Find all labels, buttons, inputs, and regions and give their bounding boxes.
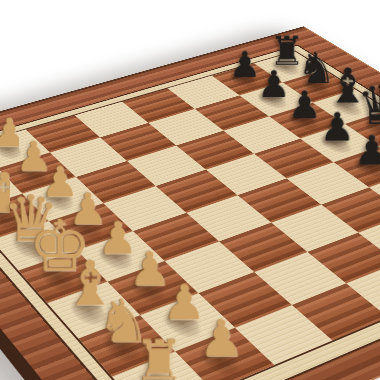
board-grid: ♜♞♝♛♚♝♞♜♟♟♟♟♟♟♟♟♟♟♟♟♟♟♟♟♜♞♝♛♚♝♞♜ [0, 51, 380, 380]
rook-glyph: ♜ [104, 332, 215, 380]
chess-set-photo: ♜♞♝♛♚♝♞♜♟♟♟♟♟♟♟♟♟♟♟♟♟♟♟♟♜♞♝♛♚♝♞♜ [0, 0, 380, 380]
square-f4 [219, 223, 307, 272]
pawn-glyph: ♟ [364, 155, 380, 197]
square-h1: ♜ [112, 352, 213, 380]
board-inner-frame: ♜♞♝♛♚♝♞♜♟♟♟♟♟♟♟♟♟♟♟♟♟♟♟♟♜♞♝♛♚♝♞♜ [0, 45, 380, 380]
